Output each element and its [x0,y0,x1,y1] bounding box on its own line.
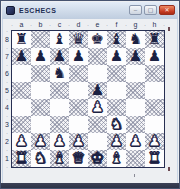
black-pawn[interactable]: ♟ [34,48,47,65]
window-controls: – ▢ ✕ [129,5,175,15]
rank-label-1: 1 [3,154,11,163]
white-pawn[interactable]: ♟ [110,133,123,150]
square-d7[interactable]: ♟ [69,48,88,65]
square-g3[interactable] [126,116,145,133]
square-d4[interactable] [69,99,88,116]
square-e3[interactable] [88,116,107,133]
rank-label-5: 5 [3,86,11,95]
square-h5[interactable] [145,82,164,99]
square-c6[interactable]: ♞ [50,65,69,82]
rank-tick: · [5,46,9,50]
square-f1[interactable]: ♝ [107,150,126,167]
black-pawn[interactable]: ♟ [53,48,66,65]
square-h8[interactable]: ♜ [145,31,164,48]
rank-label-6: 6 [3,69,11,78]
white-pawn[interactable]: ♟ [72,133,85,150]
file-tick: · [124,23,128,27]
square-b8[interactable] [31,31,50,48]
square-b7[interactable]: ♟ [31,48,50,65]
square-b1[interactable]: ♞ [31,150,50,167]
square-f7[interactable]: ♟ [107,48,126,65]
rank-tick: · [5,131,9,135]
square-e4[interactable]: ♟ [88,99,107,116]
rank-label-7: 7 [3,52,11,61]
square-f2[interactable]: ♟ [107,133,126,150]
square-c2[interactable]: ♟ [50,133,69,150]
black-bishop[interactable]: ♝ [110,31,123,48]
white-knight[interactable]: ♞ [34,150,47,167]
black-rook[interactable]: ♜ [148,31,161,48]
square-h3[interactable] [145,116,164,133]
square-e6[interactable] [88,65,107,82]
square-g6[interactable] [126,65,145,82]
square-e8[interactable]: ♚ [88,31,107,48]
square-a8[interactable]: ♜ [12,31,31,48]
app-icon [6,6,15,15]
square-c3[interactable] [50,116,69,133]
square-g2[interactable]: ♟ [126,133,145,150]
square-c5[interactable] [50,82,69,99]
square-f5[interactable] [107,82,126,99]
square-a1[interactable]: ♜ [12,150,31,167]
square-d6[interactable] [69,65,88,82]
square-a5[interactable] [12,82,31,99]
right-edge-tick-top [168,27,170,31]
square-f4[interactable] [107,99,126,116]
white-pawn[interactable]: ♟ [53,133,66,150]
rank-tick: · [5,148,9,152]
white-king[interactable]: ♚ [91,150,104,167]
square-d8[interactable]: ♛ [69,31,88,48]
black-bishop[interactable]: ♝ [53,31,66,48]
square-e1[interactable]: ♚ [88,150,107,167]
title-bar[interactable]: ESCHECS – ▢ ✕ [2,2,178,20]
square-c7[interactable]: ♟ [50,48,69,65]
rank-label-4: 4 [3,103,11,112]
black-pawn[interactable]: ♟ [148,48,161,65]
white-pawn[interactable]: ♟ [34,133,47,150]
square-f3[interactable]: ♞ [107,116,126,133]
white-rook[interactable]: ♜ [15,150,28,167]
black-knight[interactable]: ♞ [129,31,142,48]
black-pawn[interactable]: ♟ [72,48,85,65]
minimize-button[interactable]: – [129,5,142,15]
square-c1[interactable]: ♝ [50,150,69,167]
square-g5[interactable] [126,82,145,99]
square-b3[interactable] [31,116,50,133]
black-pawn[interactable]: ♟ [91,82,104,99]
white-pawn[interactable]: ♟ [15,133,28,150]
file-tick: · [48,23,52,27]
black-king[interactable]: ♚ [91,31,104,48]
square-f6[interactable] [107,65,126,82]
rank-label-2: 2 [3,137,11,146]
black-rook[interactable]: ♜ [15,31,28,48]
square-h6[interactable] [145,65,164,82]
rank-tick: · [5,63,9,67]
square-a4[interactable] [12,99,31,116]
square-a3[interactable] [12,116,31,133]
bottom-edge-tick [134,174,135,177]
square-e2[interactable] [88,133,107,150]
file-tick: · [143,23,147,27]
square-g7[interactable]: ♟ [126,48,145,65]
square-a7[interactable]: ♟ [12,48,31,65]
black-pawn[interactable]: ♟ [15,48,28,65]
square-b6[interactable] [31,65,50,82]
rank-tick: · [5,114,9,118]
file-tick: · [10,23,14,27]
square-h4[interactable] [145,99,164,116]
square-h7[interactable]: ♟ [145,48,164,65]
square-g8[interactable]: ♞ [126,31,145,48]
rank-tick: · [5,97,9,101]
window-title: ESCHECS [19,2,56,19]
white-pawn[interactable]: ♟ [148,133,161,150]
file-tick: · [29,23,33,27]
white-rook[interactable]: ♜ [148,150,161,167]
square-h2[interactable]: ♟ [145,133,164,150]
eschecs-window: ESCHECS – ▢ ✕ abcdefgh········· 87654321… [0,0,180,189]
square-b5[interactable] [31,82,50,99]
black-knight[interactable]: ♞ [53,65,66,82]
square-g1[interactable] [126,150,145,167]
square-a6[interactable] [12,65,31,82]
square-c4[interactable] [50,99,69,116]
square-g4[interactable] [126,99,145,116]
square-b2[interactable]: ♟ [31,133,50,150]
rank-tick: · [5,80,9,84]
square-f8[interactable]: ♝ [107,31,126,48]
chess-board: ♜♝♛♚♝♞♜♟♟♟♟♟♟♟♞♟♟♞♟♟♟♟♟♟♟♜♞♝♛♚♝♜ [11,30,165,168]
rank-label-3: 3 [3,120,11,129]
square-a2[interactable]: ♟ [12,133,31,150]
square-b4[interactable] [31,99,50,116]
square-d3[interactable] [69,116,88,133]
file-tick: · [162,23,166,27]
white-knight[interactable]: ♞ [110,116,123,133]
white-pawn[interactable]: ♟ [91,99,104,116]
square-d5[interactable] [69,82,88,99]
rank-label-8: 8 [3,35,11,44]
window-bottom-border [1,183,179,188]
maximize-button[interactable]: ▢ [144,5,157,15]
rank-tick: · [5,165,9,169]
close-button[interactable]: ✕ [159,5,175,15]
white-bishop[interactable]: ♝ [53,150,66,167]
rank-tick: · [5,29,9,33]
square-d2[interactable]: ♟ [69,133,88,150]
square-e7[interactable] [88,48,107,65]
file-tick: · [67,23,71,27]
black-pawn[interactable]: ♟ [129,48,142,65]
right-edge-tick-bottom [168,167,170,171]
file-tick: · [105,23,109,27]
square-c8[interactable]: ♝ [50,31,69,48]
white-bishop[interactable]: ♝ [110,150,123,167]
square-e5[interactable]: ♟ [88,82,107,99]
board-panel: abcdefgh········· 87654321········· ♜♝♛♚… [2,19,178,183]
black-queen[interactable]: ♛ [72,31,85,48]
square-d1[interactable]: ♛ [69,150,88,167]
white-queen[interactable]: ♛ [72,150,85,167]
black-pawn[interactable]: ♟ [110,48,123,65]
file-tick: · [86,23,90,27]
white-pawn[interactable]: ♟ [129,133,142,150]
square-h1[interactable]: ♜ [145,150,164,167]
